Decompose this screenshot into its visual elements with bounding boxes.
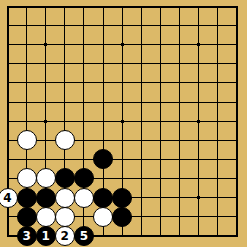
star-point xyxy=(121,43,124,46)
star-point xyxy=(197,196,200,199)
white-stone xyxy=(55,188,75,208)
white-stone xyxy=(36,207,56,227)
grid-line-horizontal xyxy=(8,140,237,141)
black-stone xyxy=(112,188,132,208)
grid-line-vertical xyxy=(160,7,161,236)
white-stone xyxy=(17,168,37,188)
star-point xyxy=(44,120,47,123)
black-stone-move-5: 5 xyxy=(74,226,94,246)
star-point xyxy=(197,43,200,46)
white-stone-move-2: 2 xyxy=(55,226,75,246)
black-stone xyxy=(17,188,37,208)
black-stone-move-1: 1 xyxy=(36,226,56,246)
grid-line-vertical xyxy=(217,7,218,236)
white-stone xyxy=(17,130,37,150)
white-stone xyxy=(55,130,75,150)
go-board: 43125 xyxy=(0,0,247,247)
black-stone xyxy=(112,207,132,227)
white-stone xyxy=(36,168,56,188)
black-stone xyxy=(36,188,56,208)
grid-line-vertical xyxy=(179,7,180,236)
black-stone xyxy=(17,207,37,227)
white-stone xyxy=(74,188,94,208)
black-stone xyxy=(93,188,113,208)
star-point xyxy=(121,120,124,123)
star-point xyxy=(197,120,200,123)
white-stone-move-4: 4 xyxy=(0,188,18,208)
grid-line-vertical xyxy=(236,7,237,236)
black-stone-move-3: 3 xyxy=(17,226,37,246)
go-board-diagram: 43125 xyxy=(0,0,247,247)
grid-line-vertical xyxy=(141,7,142,236)
grid-line-horizontal xyxy=(8,159,237,160)
white-stone xyxy=(55,207,75,227)
white-stone xyxy=(93,207,113,227)
star-point xyxy=(44,43,47,46)
